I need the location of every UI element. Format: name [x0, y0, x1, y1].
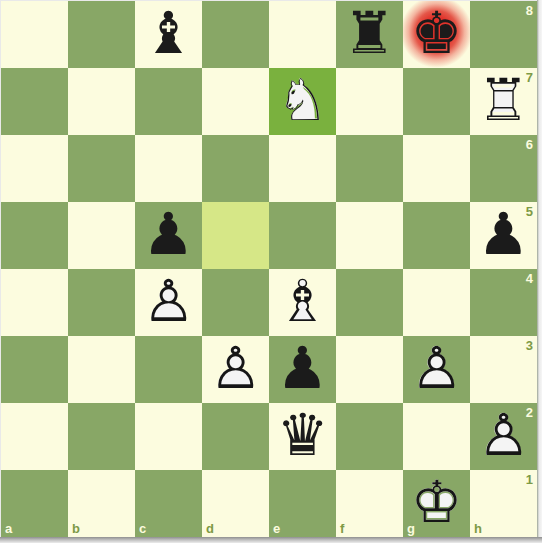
square-a6[interactable]	[1, 135, 68, 202]
white-king-glyph-outline: ♔	[403, 468, 470, 535]
square-c8[interactable]: ♝	[135, 1, 202, 68]
square-c4[interactable]: ♟♙	[135, 269, 202, 336]
square-f8[interactable]: ♜	[336, 1, 403, 68]
piece-white-pawn[interactable]: ♟♙	[135, 269, 202, 336]
rank-label-1: 1	[526, 472, 533, 487]
square-a1[interactable]: a	[1, 470, 68, 537]
piece-black-pawn[interactable]: ♟	[470, 202, 537, 269]
square-d4[interactable]	[202, 269, 269, 336]
square-d6[interactable]	[202, 135, 269, 202]
file-label-d: d	[206, 521, 214, 536]
file-label-c: c	[139, 521, 146, 536]
white-bishop-glyph-outline: ♗	[269, 267, 336, 334]
square-h5[interactable]: 5♟	[470, 202, 537, 269]
chess-board: ♝♜♚8♞♘7♜♖6♟5♟♟♙♝♗4♟♙♟♟♙3♛2♟♙abcdefg♚♔1h	[1, 1, 537, 537]
square-e1[interactable]: e	[269, 470, 336, 537]
square-f6[interactable]	[336, 135, 403, 202]
square-a5[interactable]	[1, 202, 68, 269]
square-h2[interactable]: 2♟♙	[470, 403, 537, 470]
square-d8[interactable]	[202, 1, 269, 68]
white-knight-glyph-outline: ♘	[269, 66, 336, 133]
square-e6[interactable]	[269, 135, 336, 202]
square-g4[interactable]	[403, 269, 470, 336]
square-f4[interactable]	[336, 269, 403, 336]
white-pawn-glyph-outline: ♙	[135, 267, 202, 334]
white-rook-glyph-outline: ♖	[470, 66, 537, 133]
square-d3[interactable]: ♟♙	[202, 336, 269, 403]
file-label-e: e	[273, 521, 280, 536]
square-c5[interactable]: ♟	[135, 202, 202, 269]
square-a7[interactable]	[1, 68, 68, 135]
square-g7[interactable]	[403, 68, 470, 135]
square-g3[interactable]: ♟♙	[403, 336, 470, 403]
piece-white-pawn[interactable]: ♟♙	[470, 403, 537, 470]
square-b5[interactable]	[68, 202, 135, 269]
rank-label-3: 3	[526, 338, 533, 353]
square-b7[interactable]	[68, 68, 135, 135]
rank-label-4: 4	[526, 271, 533, 286]
square-b3[interactable]	[68, 336, 135, 403]
square-g5[interactable]	[403, 202, 470, 269]
piece-black-queen[interactable]: ♛	[269, 403, 336, 470]
square-b2[interactable]	[68, 403, 135, 470]
file-label-b: b	[72, 521, 80, 536]
piece-black-bishop[interactable]: ♝	[135, 1, 202, 68]
rank-label-6: 6	[526, 137, 533, 152]
square-h3[interactable]: 3	[470, 336, 537, 403]
piece-black-rook[interactable]: ♜	[336, 1, 403, 68]
square-b8[interactable]	[68, 1, 135, 68]
square-e4[interactable]: ♝♗	[269, 269, 336, 336]
black-queen-glyph: ♛	[269, 401, 336, 468]
square-c1[interactable]: c	[135, 470, 202, 537]
square-g6[interactable]	[403, 135, 470, 202]
square-d5[interactable]	[202, 202, 269, 269]
square-c2[interactable]	[135, 403, 202, 470]
square-b6[interactable]	[68, 135, 135, 202]
piece-white-pawn[interactable]: ♟♙	[403, 336, 470, 403]
square-a3[interactable]	[1, 336, 68, 403]
square-a4[interactable]	[1, 269, 68, 336]
square-h1[interactable]: 1h	[470, 470, 537, 537]
file-label-h: h	[474, 521, 482, 536]
white-pawn-glyph-outline: ♙	[470, 401, 537, 468]
board-edge-shadow-right	[537, 0, 542, 537]
black-pawn-glyph: ♟	[470, 200, 537, 267]
square-d1[interactable]: d	[202, 470, 269, 537]
square-g2[interactable]	[403, 403, 470, 470]
square-a2[interactable]	[1, 403, 68, 470]
square-c3[interactable]	[135, 336, 202, 403]
white-pawn-glyph-outline: ♙	[202, 334, 269, 401]
black-rook-glyph: ♜	[336, 0, 403, 66]
square-g1[interactable]: g♚♔	[403, 470, 470, 537]
square-h4[interactable]: 4	[470, 269, 537, 336]
piece-white-king[interactable]: ♚♔	[403, 470, 470, 537]
square-f3[interactable]	[336, 336, 403, 403]
square-f2[interactable]	[336, 403, 403, 470]
piece-white-rook[interactable]: ♜♖	[470, 68, 537, 135]
piece-white-pawn[interactable]: ♟♙	[202, 336, 269, 403]
square-b1[interactable]: b	[68, 470, 135, 537]
piece-black-pawn[interactable]: ♟	[269, 336, 336, 403]
square-d2[interactable]	[202, 403, 269, 470]
square-f5[interactable]	[336, 202, 403, 269]
file-label-f: f	[340, 521, 344, 536]
square-e2[interactable]: ♛	[269, 403, 336, 470]
square-a8[interactable]	[1, 1, 68, 68]
square-g8[interactable]: ♚	[403, 1, 470, 68]
square-f1[interactable]: f	[336, 470, 403, 537]
black-king-glyph: ♚	[403, 0, 470, 66]
square-c6[interactable]	[135, 135, 202, 202]
square-b4[interactable]	[68, 269, 135, 336]
square-d7[interactable]	[202, 68, 269, 135]
square-h6[interactable]: 6	[470, 135, 537, 202]
piece-black-pawn[interactable]: ♟	[135, 202, 202, 269]
chess-app-window: ♝♜♚8♞♘7♜♖6♟5♟♟♙♝♗4♟♙♟♟♙3♛2♟♙abcdefg♚♔1h	[0, 0, 542, 543]
square-e3[interactable]: ♟	[269, 336, 336, 403]
white-pawn-glyph-outline: ♙	[403, 334, 470, 401]
board-edge-shadow-bottom	[0, 537, 542, 543]
piece-white-knight[interactable]: ♞♘	[269, 68, 336, 135]
square-h8[interactable]: 8	[470, 1, 537, 68]
square-h7[interactable]: 7♜♖	[470, 68, 537, 135]
square-c7[interactable]	[135, 68, 202, 135]
square-e8[interactable]	[269, 1, 336, 68]
rank-label-8: 8	[526, 3, 533, 18]
black-bishop-glyph: ♝	[135, 0, 202, 66]
file-label-a: a	[5, 521, 12, 536]
piece-black-king[interactable]: ♚	[403, 1, 470, 68]
black-pawn-glyph: ♟	[135, 200, 202, 267]
piece-white-bishop[interactable]: ♝♗	[269, 269, 336, 336]
square-e5[interactable]	[269, 202, 336, 269]
square-f7[interactable]	[336, 68, 403, 135]
square-e7[interactable]: ♞♘	[269, 68, 336, 135]
black-pawn-glyph: ♟	[269, 334, 336, 401]
